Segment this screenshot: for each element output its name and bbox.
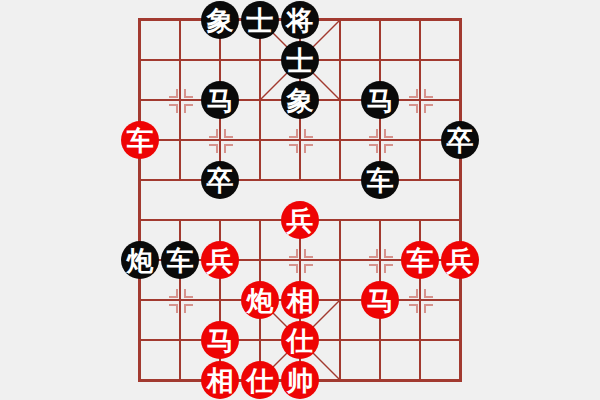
board-point-6-3[interactable] bbox=[360, 120, 400, 160]
board-point-4-4[interactable] bbox=[280, 160, 320, 200]
black-chariot[interactable]: 车 bbox=[361, 161, 399, 199]
board-point-5-5[interactable] bbox=[320, 200, 360, 240]
board-point-4-6[interactable] bbox=[280, 240, 320, 280]
board-point-2-9[interactable]: 相 bbox=[200, 360, 240, 400]
board-point-6-6[interactable] bbox=[360, 240, 400, 280]
board-point-6-8[interactable] bbox=[360, 320, 400, 360]
board-point-6-0[interactable] bbox=[360, 0, 400, 40]
board-point-5-3[interactable] bbox=[320, 120, 360, 160]
red-horse[interactable]: 马 bbox=[201, 321, 239, 359]
red-chariot[interactable]: 车 bbox=[401, 241, 439, 279]
board-point-7-6[interactable]: 车 bbox=[400, 240, 440, 280]
board-point-3-3[interactable] bbox=[240, 120, 280, 160]
board-point-5-4[interactable] bbox=[320, 160, 360, 200]
red-advisor[interactable]: 仕 bbox=[241, 361, 279, 399]
board-point-7-9[interactable] bbox=[400, 360, 440, 400]
board-point-2-1[interactable] bbox=[200, 40, 240, 80]
red-soldier[interactable]: 兵 bbox=[281, 201, 319, 239]
board-point-0-4[interactable] bbox=[120, 160, 160, 200]
board-point-8-7[interactable] bbox=[440, 280, 480, 320]
board-point-4-3[interactable] bbox=[280, 120, 320, 160]
board-point-8-3[interactable]: 卒 bbox=[440, 120, 480, 160]
board-point-3-1[interactable] bbox=[240, 40, 280, 80]
board-point-2-4[interactable]: 卒 bbox=[200, 160, 240, 200]
red-elephant[interactable]: 相 bbox=[201, 361, 239, 399]
board-point-5-1[interactable] bbox=[320, 40, 360, 80]
board-point-7-2[interactable] bbox=[400, 80, 440, 120]
board-point-6-7[interactable]: 马 bbox=[360, 280, 400, 320]
red-chariot[interactable]: 车 bbox=[121, 121, 159, 159]
board-point-3-6[interactable] bbox=[240, 240, 280, 280]
black-chariot[interactable]: 车 bbox=[161, 241, 199, 279]
board-point-5-0[interactable] bbox=[320, 0, 360, 40]
red-elephant[interactable]: 相 bbox=[281, 281, 319, 319]
board-point-1-0[interactable] bbox=[160, 0, 200, 40]
board-points: 象士将士马象马车卒卒车兵炮车兵车兵炮相马马仕相仕帅 bbox=[120, 0, 480, 400]
board-point-2-2[interactable]: 马 bbox=[200, 80, 240, 120]
board-point-6-1[interactable] bbox=[360, 40, 400, 80]
black-elephant[interactable]: 象 bbox=[201, 1, 239, 39]
board-point-5-2[interactable] bbox=[320, 80, 360, 120]
red-soldier[interactable]: 兵 bbox=[201, 241, 239, 279]
board-point-4-7[interactable]: 相 bbox=[280, 280, 320, 320]
board-point-1-9[interactable] bbox=[160, 360, 200, 400]
board-point-0-5[interactable] bbox=[120, 200, 160, 240]
red-cannon[interactable]: 炮 bbox=[241, 281, 279, 319]
board-point-7-7[interactable] bbox=[400, 280, 440, 320]
board-point-3-5[interactable] bbox=[240, 200, 280, 240]
board-point-1-3[interactable] bbox=[160, 120, 200, 160]
board-point-7-3[interactable] bbox=[400, 120, 440, 160]
board-point-5-9[interactable] bbox=[320, 360, 360, 400]
board-point-0-9[interactable] bbox=[120, 360, 160, 400]
board-point-8-5[interactable] bbox=[440, 200, 480, 240]
board-point-7-5[interactable] bbox=[400, 200, 440, 240]
red-soldier[interactable]: 兵 bbox=[441, 241, 479, 279]
board-point-8-1[interactable] bbox=[440, 40, 480, 80]
board-point-0-0[interactable] bbox=[120, 0, 160, 40]
board-point-0-8[interactable] bbox=[120, 320, 160, 360]
board-point-4-5[interactable]: 兵 bbox=[280, 200, 320, 240]
black-general[interactable]: 将 bbox=[281, 1, 319, 39]
board-point-1-6[interactable]: 车 bbox=[160, 240, 200, 280]
board-point-6-4[interactable]: 车 bbox=[360, 160, 400, 200]
board-point-7-1[interactable] bbox=[400, 40, 440, 80]
board-point-1-5[interactable] bbox=[160, 200, 200, 240]
board-point-8-4[interactable] bbox=[440, 160, 480, 200]
board-point-6-2[interactable]: 马 bbox=[360, 80, 400, 120]
board-point-2-5[interactable] bbox=[200, 200, 240, 240]
board-point-2-7[interactable] bbox=[200, 280, 240, 320]
board-point-4-1[interactable]: 士 bbox=[280, 40, 320, 80]
black-soldier[interactable]: 卒 bbox=[441, 121, 479, 159]
black-advisor[interactable]: 士 bbox=[281, 41, 319, 79]
board-point-5-6[interactable] bbox=[320, 240, 360, 280]
board-point-1-1[interactable] bbox=[160, 40, 200, 80]
board-point-6-5[interactable] bbox=[360, 200, 400, 240]
board-point-1-2[interactable] bbox=[160, 80, 200, 120]
board-point-3-0[interactable]: 士 bbox=[240, 0, 280, 40]
board-point-0-6[interactable]: 炮 bbox=[120, 240, 160, 280]
black-elephant[interactable]: 象 bbox=[281, 81, 319, 119]
board-point-3-9[interactable]: 仕 bbox=[240, 360, 280, 400]
black-soldier[interactable]: 卒 bbox=[201, 161, 239, 199]
board-point-2-3[interactable] bbox=[200, 120, 240, 160]
board-point-2-6[interactable]: 兵 bbox=[200, 240, 240, 280]
board-point-7-0[interactable] bbox=[400, 0, 440, 40]
board-point-0-3[interactable]: 车 bbox=[120, 120, 160, 160]
board-point-4-9[interactable]: 帅 bbox=[280, 360, 320, 400]
board-point-3-2[interactable] bbox=[240, 80, 280, 120]
board-point-4-2[interactable]: 象 bbox=[280, 80, 320, 120]
board-point-8-0[interactable] bbox=[440, 0, 480, 40]
board-point-1-8[interactable] bbox=[160, 320, 200, 360]
board-point-4-8[interactable]: 仕 bbox=[280, 320, 320, 360]
xiangqi-board: 象士将士马象马车卒卒车兵炮车兵车兵炮相马马仕相仕帅 bbox=[0, 0, 600, 400]
red-horse[interactable]: 马 bbox=[361, 281, 399, 319]
board-point-8-2[interactable] bbox=[440, 80, 480, 120]
red-advisor[interactable]: 仕 bbox=[281, 321, 319, 359]
black-horse[interactable]: 马 bbox=[201, 81, 239, 119]
board-point-3-8[interactable] bbox=[240, 320, 280, 360]
board-point-6-9[interactable] bbox=[360, 360, 400, 400]
board-point-3-4[interactable] bbox=[240, 160, 280, 200]
board-point-1-7[interactable] bbox=[160, 280, 200, 320]
board-point-2-8[interactable]: 马 bbox=[200, 320, 240, 360]
board-point-3-7[interactable]: 炮 bbox=[240, 280, 280, 320]
board-point-7-4[interactable] bbox=[400, 160, 440, 200]
xiangqi-screen: 象士将士马象马车卒卒车兵炮车兵车兵炮相马马仕相仕帅 bbox=[0, 0, 600, 400]
board-point-8-9[interactable] bbox=[440, 360, 480, 400]
board-point-0-7[interactable] bbox=[120, 280, 160, 320]
black-horse[interactable]: 马 bbox=[361, 81, 399, 119]
board-point-7-8[interactable] bbox=[400, 320, 440, 360]
red-general[interactable]: 帅 bbox=[281, 361, 319, 399]
board-point-0-1[interactable] bbox=[120, 40, 160, 80]
board-point-8-8[interactable] bbox=[440, 320, 480, 360]
board-point-5-8[interactable] bbox=[320, 320, 360, 360]
black-advisor[interactable]: 士 bbox=[241, 1, 279, 39]
board-point-0-2[interactable] bbox=[120, 80, 160, 120]
board-point-4-0[interactable]: 将 bbox=[280, 0, 320, 40]
board-point-1-4[interactable] bbox=[160, 160, 200, 200]
board-point-5-7[interactable] bbox=[320, 280, 360, 320]
black-cannon[interactable]: 炮 bbox=[121, 241, 159, 279]
board-point-8-6[interactable]: 兵 bbox=[440, 240, 480, 280]
board-point-2-0[interactable]: 象 bbox=[200, 0, 240, 40]
